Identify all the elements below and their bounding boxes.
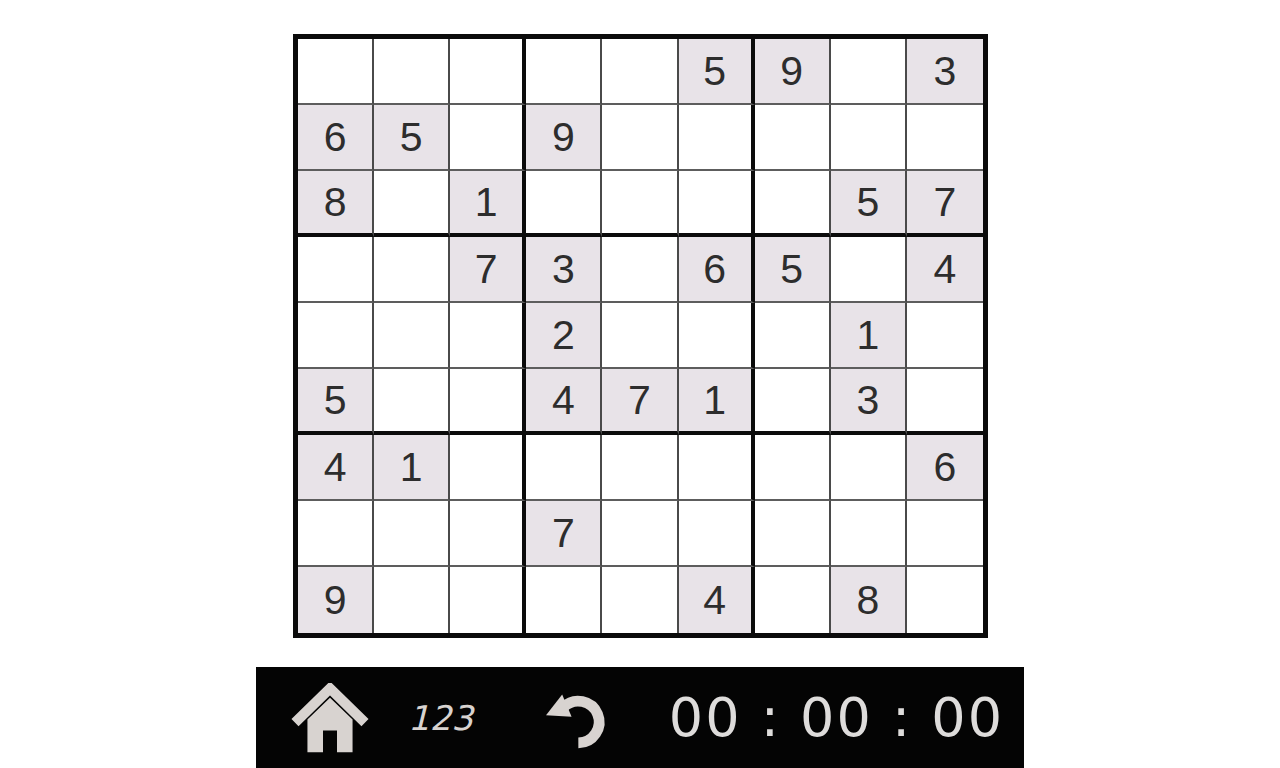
sudoku-cell-r7c6[interactable]	[679, 435, 755, 501]
sudoku-cell-r3c6[interactable]	[679, 171, 755, 237]
sudoku-cell-r4c4[interactable]: 3	[526, 237, 602, 303]
sudoku-cell-r6c4[interactable]: 4	[526, 369, 602, 435]
sudoku-cell-r9c6[interactable]: 4	[679, 567, 755, 633]
sudoku-cell-r7c9[interactable]: 6	[907, 435, 983, 501]
sudoku-cell-r8c8[interactable]	[831, 501, 907, 567]
sudoku-cell-r6c5[interactable]: 7	[602, 369, 678, 435]
sudoku-cell-r2c3[interactable]	[450, 105, 526, 171]
sudoku-cell-r1c3[interactable]	[450, 39, 526, 105]
sudoku-cell-r1c8[interactable]	[831, 39, 907, 105]
sudoku-cell-r4c3[interactable]: 7	[450, 237, 526, 303]
sudoku-cell-r7c5[interactable]	[602, 435, 678, 501]
sudoku-cell-r3c5[interactable]	[602, 171, 678, 237]
sudoku-cell-r7c4[interactable]	[526, 435, 602, 501]
sudoku-cell-r2c4[interactable]: 9	[526, 105, 602, 171]
sudoku-cell-r3c3[interactable]: 1	[450, 171, 526, 237]
sudoku-cell-r2c1[interactable]: 6	[298, 105, 374, 171]
sudoku-cell-r2c5[interactable]	[602, 105, 678, 171]
sudoku-cell-r1c9[interactable]: 3	[907, 39, 983, 105]
sudoku-cell-r4c7[interactable]: 5	[755, 237, 831, 303]
sudoku-cell-r3c1[interactable]: 8	[298, 171, 374, 237]
undo-icon	[541, 687, 613, 749]
sudoku-cell-r5c9[interactable]	[907, 303, 983, 369]
sudoku-cell-r8c3[interactable]	[450, 501, 526, 567]
sudoku-cell-r6c9[interactable]	[907, 369, 983, 435]
sudoku-cell-r5c4[interactable]: 2	[526, 303, 602, 369]
sudoku-cell-r7c8[interactable]	[831, 435, 907, 501]
sudoku-cell-r9c7[interactable]	[755, 567, 831, 633]
sudoku-cell-r4c1[interactable]	[298, 237, 374, 303]
sudoku-cell-r3c9[interactable]: 7	[907, 171, 983, 237]
sudoku-cell-r7c1[interactable]: 4	[298, 435, 374, 501]
sudoku-cell-r8c2[interactable]	[374, 501, 450, 567]
sudoku-cell-r3c4[interactable]	[526, 171, 602, 237]
sudoku-cell-r8c6[interactable]	[679, 501, 755, 567]
sudoku-cell-r5c7[interactable]	[755, 303, 831, 369]
sudoku-cell-r7c2[interactable]: 1	[374, 435, 450, 501]
sudoku-cell-r9c8[interactable]: 8	[831, 567, 907, 633]
sudoku-cell-r8c4[interactable]: 7	[526, 501, 602, 567]
sudoku-cell-r4c8[interactable]	[831, 237, 907, 303]
sudoku-cell-r5c5[interactable]	[602, 303, 678, 369]
sudoku-cell-r7c7[interactable]	[755, 435, 831, 501]
number-mode-label[interactable]: 123	[408, 698, 473, 738]
sudoku-cell-r6c7[interactable]	[755, 369, 831, 435]
sudoku-cell-r4c2[interactable]	[374, 237, 450, 303]
sudoku-cell-r6c1[interactable]: 5	[298, 369, 374, 435]
sudoku-cell-r9c3[interactable]	[450, 567, 526, 633]
sudoku-cell-r6c3[interactable]	[450, 369, 526, 435]
sudoku-cell-r8c5[interactable]	[602, 501, 678, 567]
sudoku-cell-r1c4[interactable]	[526, 39, 602, 105]
sudoku-cell-r6c8[interactable]: 3	[831, 369, 907, 435]
sudoku-cell-r5c3[interactable]	[450, 303, 526, 369]
sudoku-cell-r6c6[interactable]: 1	[679, 369, 755, 435]
sudoku-cell-r1c1[interactable]	[298, 39, 374, 105]
sudoku-cell-r9c5[interactable]	[602, 567, 678, 633]
sudoku-cell-r2c7[interactable]	[755, 105, 831, 171]
sudoku-cell-r9c2[interactable]	[374, 567, 450, 633]
sudoku-cell-r3c2[interactable]	[374, 171, 450, 237]
sudoku-cell-r3c7[interactable]	[755, 171, 831, 237]
home-button[interactable]	[290, 683, 370, 753]
sudoku-cell-r8c1[interactable]	[298, 501, 374, 567]
sudoku-cell-r9c1[interactable]: 9	[298, 567, 374, 633]
sudoku-cell-r9c4[interactable]	[526, 567, 602, 633]
sudoku-cell-r2c8[interactable]	[831, 105, 907, 171]
sudoku-cell-r5c2[interactable]	[374, 303, 450, 369]
sudoku-board: 59365981577365421547134167948	[293, 34, 988, 638]
sudoku-cell-r1c7[interactable]: 9	[755, 39, 831, 105]
sudoku-cell-r8c7[interactable]	[755, 501, 831, 567]
sudoku-cell-r3c8[interactable]: 5	[831, 171, 907, 237]
sudoku-cell-r4c5[interactable]	[602, 237, 678, 303]
sudoku-cell-r1c2[interactable]	[374, 39, 450, 105]
app-screen: 59365981577365421547134167948 123 00 : 0…	[0, 0, 1280, 768]
sudoku-cell-r2c6[interactable]	[679, 105, 755, 171]
sudoku-cell-r2c9[interactable]	[907, 105, 983, 171]
sudoku-cell-r8c9[interactable]	[907, 501, 983, 567]
sudoku-cell-r5c8[interactable]: 1	[831, 303, 907, 369]
sudoku-cell-r2c2[interactable]: 5	[374, 105, 450, 171]
toolbar: 123 00 : 00 : 00	[256, 667, 1024, 768]
sudoku-cell-r1c5[interactable]	[602, 39, 678, 105]
sudoku-cell-r9c9[interactable]	[907, 567, 983, 633]
sudoku-cell-r5c1[interactable]	[298, 303, 374, 369]
sudoku-cell-r6c2[interactable]	[374, 369, 450, 435]
sudoku-cell-r7c3[interactable]	[450, 435, 526, 501]
sudoku-cell-r1c6[interactable]: 5	[679, 39, 755, 105]
sudoku-cell-r5c6[interactable]	[679, 303, 755, 369]
undo-button[interactable]	[541, 687, 613, 749]
timer-display: 00 : 00 : 00	[669, 686, 1004, 749]
sudoku-cell-r4c6[interactable]: 6	[679, 237, 755, 303]
home-icon	[290, 683, 370, 753]
sudoku-cell-r4c9[interactable]: 4	[907, 237, 983, 303]
